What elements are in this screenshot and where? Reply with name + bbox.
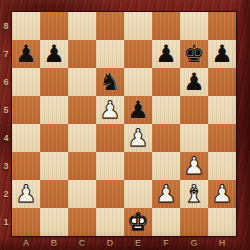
square-g8[interactable] [180,12,208,40]
piece-black-pawn[interactable]: ♟ [152,40,180,68]
square-b8[interactable] [40,12,68,40]
square-b5[interactable] [40,96,68,124]
square-e1[interactable]: ♚ [124,208,152,236]
square-h3[interactable] [208,152,236,180]
piece-white-pawn[interactable]: ♟ [12,180,40,208]
square-b2[interactable] [40,180,68,208]
piece-black-king[interactable]: ♚ [180,40,208,68]
square-b6[interactable] [40,68,68,96]
square-b7[interactable]: ♟ [40,40,68,68]
file-label-g: G [180,236,208,250]
square-g3[interactable]: ♟ [180,152,208,180]
square-g7[interactable]: ♚ [180,40,208,68]
piece-white-pawn[interactable]: ♟ [180,152,208,180]
square-f3[interactable] [152,152,180,180]
rank-label-5: 5 [0,96,12,124]
square-d8[interactable] [96,12,124,40]
square-c6[interactable] [68,68,96,96]
square-f6[interactable] [152,68,180,96]
square-g2[interactable]: ♝ [180,180,208,208]
square-b1[interactable] [40,208,68,236]
square-a1[interactable] [12,208,40,236]
square-c1[interactable] [68,208,96,236]
square-a7[interactable]: ♟ [12,40,40,68]
file-label-h: H [208,236,236,250]
square-e6[interactable] [124,68,152,96]
piece-black-pawn[interactable]: ♟ [40,40,68,68]
square-h1[interactable] [208,208,236,236]
square-a2[interactable]: ♟ [12,180,40,208]
square-a6[interactable] [12,68,40,96]
square-h2[interactable]: ♟ [208,180,236,208]
square-a8[interactable] [12,12,40,40]
square-f1[interactable] [152,208,180,236]
rank-label-2: 2 [0,180,12,208]
square-h5[interactable] [208,96,236,124]
square-h8[interactable] [208,12,236,40]
square-c7[interactable] [68,40,96,68]
square-f2[interactable]: ♟ [152,180,180,208]
chess-board: ♟♟♟♚♟♞♟♟♟♟♟♟♟♝♟♚ [12,12,236,236]
file-label-a: A [12,236,40,250]
chess-diagram: 87654321 ♟♟♟♚♟♞♟♟♟♟♟♟♟♝♟♚ ABCDEFGH [0,0,250,250]
square-g5[interactable] [180,96,208,124]
square-a3[interactable] [12,152,40,180]
square-a4[interactable] [12,124,40,152]
square-c4[interactable] [68,124,96,152]
square-d1[interactable] [96,208,124,236]
square-c3[interactable] [68,152,96,180]
square-f8[interactable] [152,12,180,40]
file-label-c: C [68,236,96,250]
square-e4[interactable]: ♟ [124,124,152,152]
square-c8[interactable] [68,12,96,40]
rank-label-7: 7 [0,40,12,68]
square-d4[interactable] [96,124,124,152]
square-d2[interactable] [96,180,124,208]
square-c2[interactable] [68,180,96,208]
square-e5[interactable]: ♟ [124,96,152,124]
piece-black-pawn[interactable]: ♟ [12,40,40,68]
rank-label-1: 1 [0,208,12,236]
file-label-b: B [40,236,68,250]
square-c5[interactable] [68,96,96,124]
rank-label-4: 4 [0,124,12,152]
rank-label-3: 3 [0,152,12,180]
square-e8[interactable] [124,12,152,40]
square-g4[interactable] [180,124,208,152]
square-f5[interactable] [152,96,180,124]
square-d5[interactable]: ♟ [96,96,124,124]
piece-white-king[interactable]: ♚ [124,208,152,236]
square-a5[interactable] [12,96,40,124]
file-label-f: F [152,236,180,250]
file-label-d: D [96,236,124,250]
square-f7[interactable]: ♟ [152,40,180,68]
square-d3[interactable] [96,152,124,180]
piece-black-pawn[interactable]: ♟ [180,68,208,96]
square-b4[interactable] [40,124,68,152]
piece-black-knight[interactable]: ♞ [96,68,124,96]
piece-white-pawn[interactable]: ♟ [208,180,236,208]
square-e3[interactable] [124,152,152,180]
square-h4[interactable] [208,124,236,152]
rank-label-8: 8 [0,12,12,40]
square-e2[interactable] [124,180,152,208]
piece-black-pawn[interactable]: ♟ [124,96,152,124]
piece-black-pawn[interactable]: ♟ [208,40,236,68]
square-g1[interactable] [180,208,208,236]
square-e7[interactable] [124,40,152,68]
rank-label-6: 6 [0,68,12,96]
square-h6[interactable] [208,68,236,96]
piece-white-bishop[interactable]: ♝ [180,180,208,208]
square-f4[interactable] [152,124,180,152]
square-d7[interactable] [96,40,124,68]
piece-white-pawn[interactable]: ♟ [124,124,152,152]
square-b3[interactable] [40,152,68,180]
piece-white-pawn[interactable]: ♟ [152,180,180,208]
square-h7[interactable]: ♟ [208,40,236,68]
file-label-e: E [124,236,152,250]
square-g6[interactable]: ♟ [180,68,208,96]
square-d6[interactable]: ♞ [96,68,124,96]
piece-white-pawn[interactable]: ♟ [96,96,124,124]
